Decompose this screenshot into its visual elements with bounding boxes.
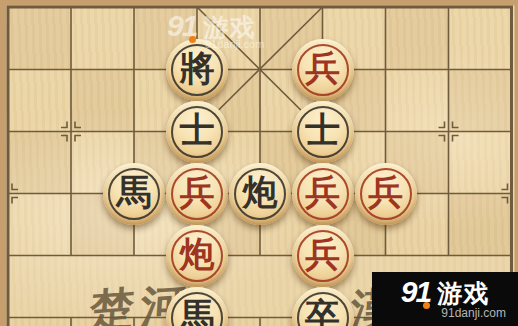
piece-black-horse[interactable]: 馬 (103, 163, 165, 225)
board-cell-shade (8, 7, 71, 70)
board-cell-shade (449, 70, 512, 132)
piece-glyph: 兵 (180, 175, 215, 210)
piece-red-soldier[interactable]: 兵 (166, 163, 228, 225)
board-cell-shade (71, 70, 134, 132)
watermark-brand-text: 游戏 (437, 279, 489, 307)
xiangqi-board-screenshot: 楚 河 漢 界 將兵士士馬兵炮兵兵炮兵馬卒 91游戏 91danji.com 9… (0, 0, 518, 326)
piece-red-soldier[interactable]: 兵 (292, 39, 354, 101)
piece-glyph: 馬 (180, 299, 215, 326)
river-label-chu: 楚 (88, 279, 136, 326)
watermark-top: 91游戏 91danji.com (167, 11, 264, 50)
piece-red-soldier[interactable]: 兵 (355, 163, 417, 225)
piece-black-cannon[interactable]: 炮 (229, 163, 291, 225)
board-margin (0, 0, 6, 326)
watermark-site-url: 91danji.com (372, 306, 518, 320)
board-margin (0, 0, 518, 6)
watermark-bottom: 91游戏 91danji.com (372, 272, 518, 326)
piece-glyph: 士 (180, 113, 215, 148)
piece-glyph: 士 (305, 113, 340, 148)
piece-black-advisor[interactable]: 士 (292, 101, 354, 163)
piece-glyph: 卒 (305, 299, 340, 326)
piece-glyph: 馬 (117, 175, 152, 210)
piece-glyph: 兵 (305, 237, 340, 272)
board-cell-shade (8, 132, 71, 194)
piece-red-soldier[interactable]: 兵 (292, 163, 354, 225)
watermark-brand-text: 游戏 (203, 13, 255, 41)
piece-glyph: 將 (180, 51, 215, 86)
piece-glyph: 兵 (305, 175, 340, 210)
piece-glyph: 兵 (368, 175, 403, 210)
board-cell-shade (386, 7, 449, 70)
piece-black-advisor[interactable]: 士 (166, 101, 228, 163)
piece-glyph: 兵 (305, 51, 340, 86)
piece-glyph: 炮 (180, 237, 215, 272)
board-cell-shade (449, 194, 512, 256)
piece-red-cannon[interactable]: 炮 (166, 225, 228, 287)
piece-glyph: 炮 (243, 175, 278, 210)
piece-red-soldier[interactable]: 兵 (292, 225, 354, 287)
